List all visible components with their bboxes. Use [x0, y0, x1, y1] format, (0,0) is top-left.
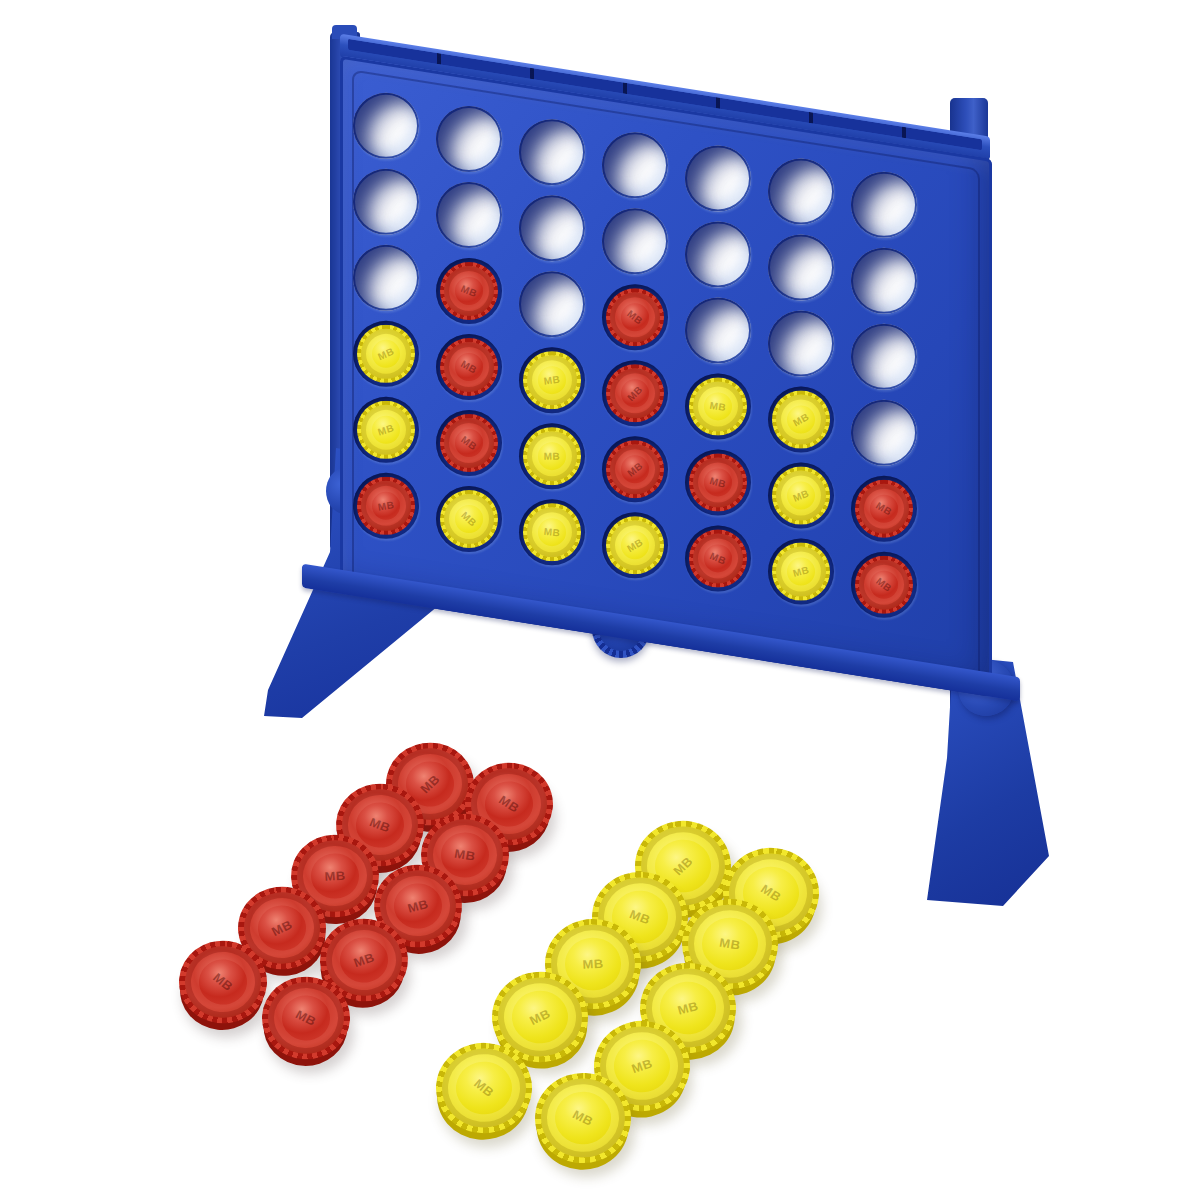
mb-logo: MB — [527, 1006, 553, 1028]
product-photo-scene: MBMBMBMBMBMBMBMBMBMBMBMBMBMBMBMBMBMBMBMB… — [0, 0, 1200, 1200]
mb-logo: MB — [630, 1056, 655, 1076]
yellow-disc-pile: MBMBMBMBMBMBMBMBMBMB — [0, 0, 1200, 1200]
mb-logo: MB — [758, 882, 784, 905]
mb-logo: MB — [570, 1107, 596, 1129]
mb-logo: MB — [676, 999, 700, 1018]
mb-logo: MB — [670, 854, 696, 878]
mb-logo: MB — [471, 1076, 497, 1100]
mb-logo: MB — [627, 907, 652, 927]
mb-logo: MB — [582, 956, 604, 971]
mb-logo: MB — [718, 935, 741, 952]
